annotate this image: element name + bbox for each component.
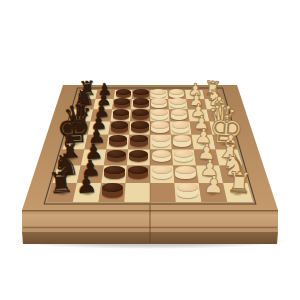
- checker-dark-surface: [133, 98, 149, 105]
- checker-light[interactable]: [170, 98, 186, 108]
- square-d1[interactable]: [124, 183, 150, 202]
- piece-light-pawn[interactable]: ♟: [202, 173, 225, 198]
- checker-dark-surface: [129, 150, 148, 158]
- checker-dark-surface: [132, 109, 149, 116]
- checker-dark-surface: [111, 121, 129, 128]
- checker-light[interactable]: [152, 135, 170, 147]
- checker-dark[interactable]: [129, 150, 148, 163]
- checker-light-surface: [170, 98, 186, 105]
- square-e1[interactable]: [150, 183, 176, 202]
- checker-dark-surface: [104, 166, 124, 175]
- checker-dark[interactable]: [107, 150, 126, 163]
- checker-light-surface: [151, 121, 169, 128]
- product-photo-scene: ♜♟♟♜♞♟♟♞♝♟♟♝♛♟♟♛♚♟♟♚♝♟♟♝♞♟♟♞♜♟♟♜: [0, 0, 300, 300]
- checker-light[interactable]: [151, 109, 168, 120]
- checker-light[interactable]: [169, 89, 184, 99]
- checker-light[interactable]: [151, 98, 167, 108]
- checker-dark[interactable]: [114, 98, 130, 108]
- checker-light[interactable]: [151, 121, 169, 132]
- checker-dark[interactable]: [131, 121, 149, 132]
- checker-light-surface: [175, 166, 195, 175]
- checker-light-surface: [152, 166, 172, 175]
- checker-dark[interactable]: [128, 166, 148, 180]
- board: [0, 0, 300, 300]
- checker-light[interactable]: [172, 121, 190, 132]
- checker-dark[interactable]: [113, 109, 130, 120]
- checker-light-surface: [174, 150, 193, 158]
- checker-light[interactable]: [152, 150, 171, 163]
- checker-dark[interactable]: [111, 121, 129, 132]
- checker-dark-surface: [131, 121, 149, 128]
- checker-dark[interactable]: [116, 89, 131, 99]
- checker-dark[interactable]: [109, 135, 127, 147]
- checker-light[interactable]: [151, 89, 166, 99]
- checker-light[interactable]: [152, 166, 172, 180]
- checker-light[interactable]: [177, 183, 199, 198]
- checker-light-surface: [172, 121, 190, 128]
- checker-light[interactable]: [175, 166, 195, 180]
- checker-light-surface: [152, 150, 171, 158]
- checker-dark[interactable]: [133, 98, 149, 108]
- checker-dark-surface: [107, 150, 126, 158]
- checker-light[interactable]: [171, 109, 188, 120]
- checker-dark[interactable]: [132, 109, 149, 120]
- checker-dark[interactable]: [130, 135, 148, 147]
- checker-dark[interactable]: [102, 183, 124, 198]
- piece-dark-pawn[interactable]: ♟: [75, 173, 98, 198]
- piece-dark-rook[interactable]: ♜: [48, 169, 76, 199]
- checker-dark[interactable]: [104, 166, 124, 180]
- checker-light[interactable]: [173, 135, 191, 147]
- checker-light[interactable]: [174, 150, 193, 163]
- piece-light-rook[interactable]: ♜: [225, 169, 253, 199]
- checker-dark[interactable]: [133, 89, 148, 99]
